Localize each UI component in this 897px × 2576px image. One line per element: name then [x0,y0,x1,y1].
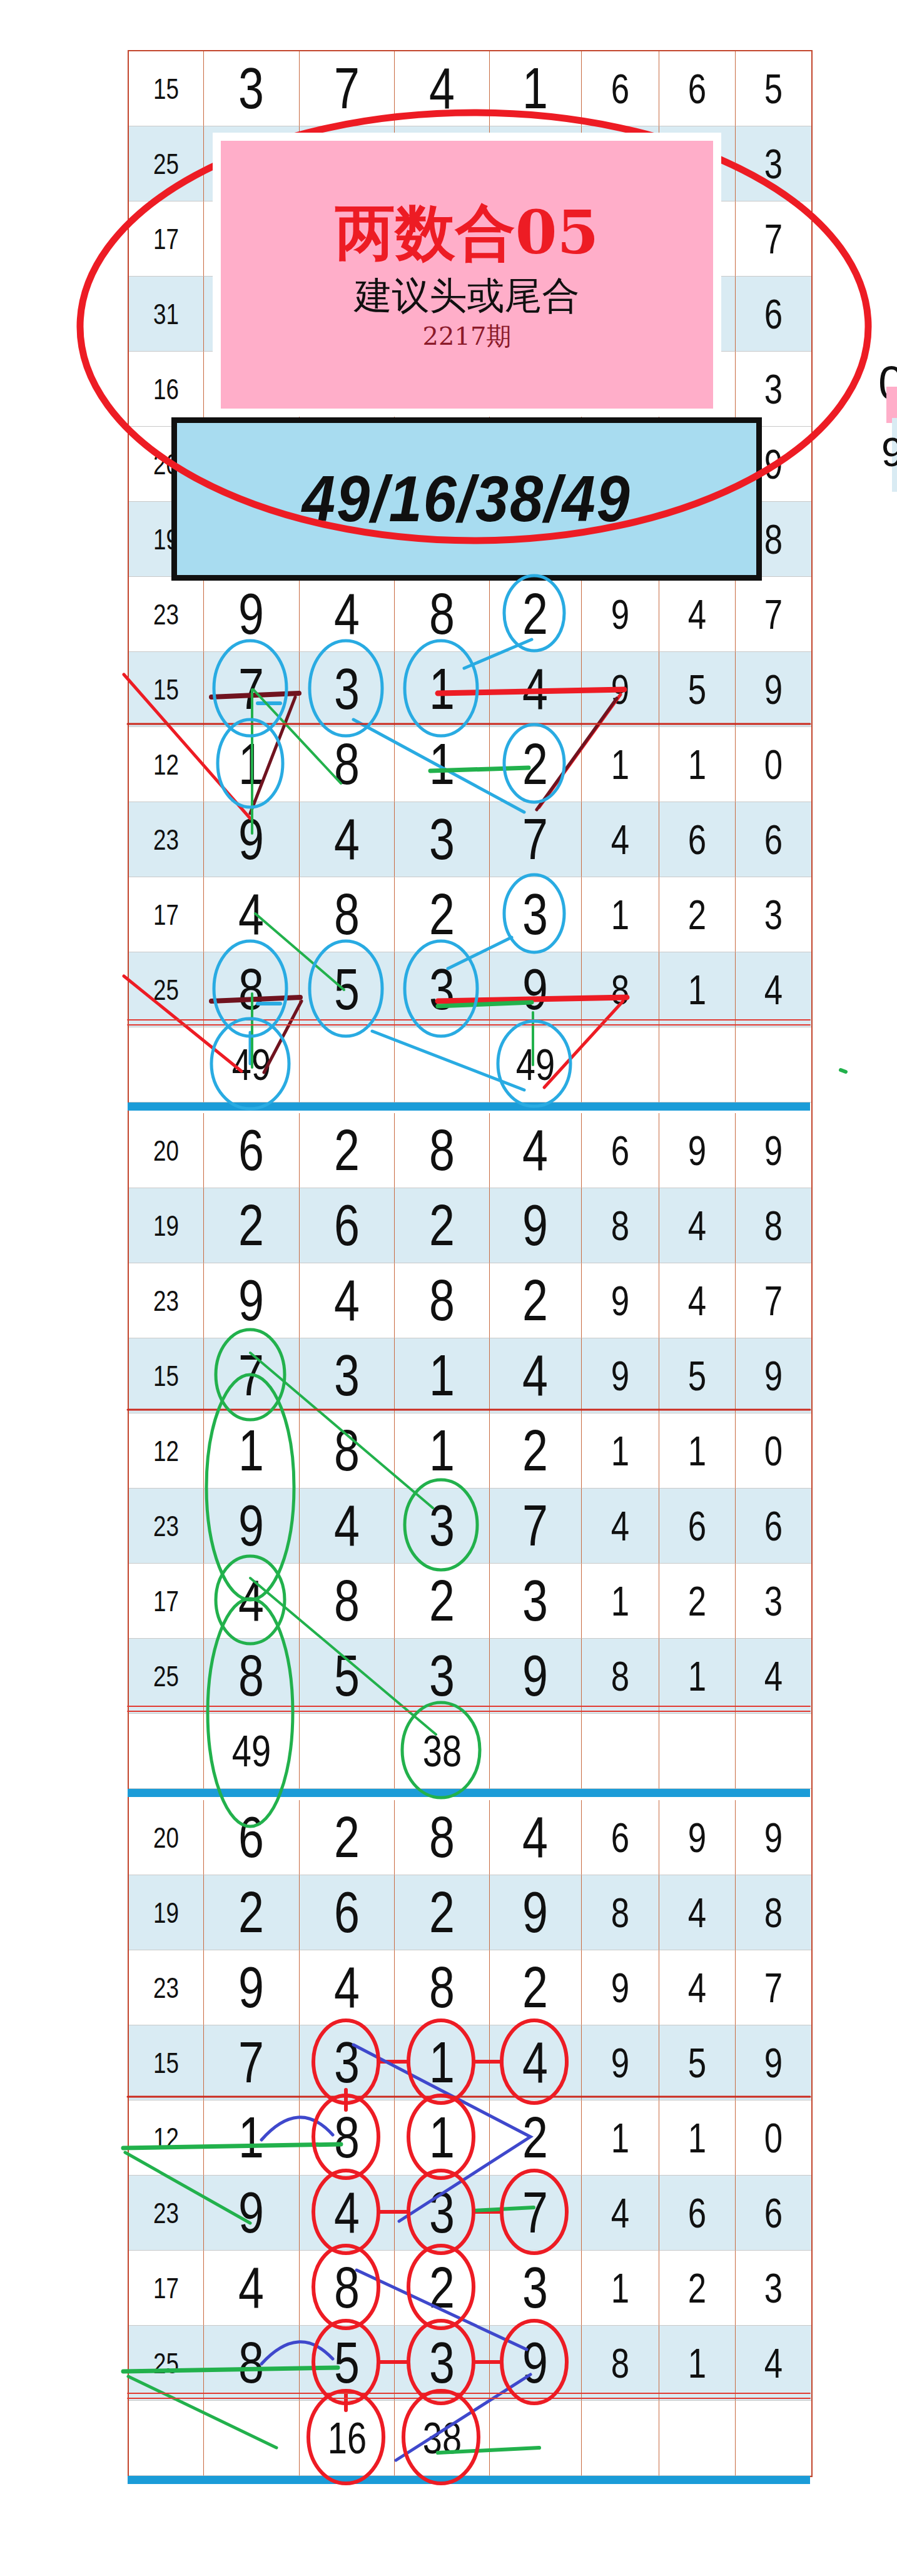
grid-cell: 5 [300,2326,395,2401]
table-row: 153741665 [129,51,811,126]
table-row: 157314959 [129,652,811,727]
grid-cell: 4 [300,1489,395,1564]
grid-cell [582,1027,659,1102]
prediction-advice: 建议头或尾合 [355,275,580,316]
grid-cell: 9 [490,1188,582,1263]
grid-cell: 5 [300,1639,395,1714]
grid-cell: 2 [204,1188,300,1263]
grid-cell: 9 [736,652,811,727]
grid-cell: 6 [659,1489,736,1564]
grid-cell [659,1714,736,1789]
grid-cell: 7 [490,2176,582,2251]
period-label: 23 [129,2176,204,2251]
grid-cell: 16 [300,2401,395,2476]
prediction-headline: 两数合05 [335,200,599,266]
period-label: 23 [129,802,204,877]
table-row: 239482947 [129,1950,811,2025]
grid-cell: 7 [736,1950,811,2025]
grid-cell: 2 [395,1564,490,1639]
period-label: 23 [129,1263,204,1338]
grid-cell: 4 [490,1113,582,1188]
grid-cell: 9 [582,577,659,652]
grid-cell: 1 [395,2025,490,2100]
grid-cell: 2 [659,2251,736,2326]
grid-cell: 6 [659,2176,736,2251]
grid-cell: 7 [736,1263,811,1338]
grid-cell: 38 [395,1714,490,1789]
grid-cell: 8 [204,2326,300,2401]
period-label: 20 [129,1800,204,1875]
grid-cell [300,1714,395,1789]
table-row: 206284699 [129,1800,811,1875]
period-label: 25 [129,2326,204,2401]
grid-cell: 5 [659,652,736,727]
grid-cell: 1 [659,2100,736,2176]
grid-cell: 5 [736,51,811,126]
grid-cell: 1 [395,2100,490,2176]
table-row: 192629848 [129,1875,811,1950]
grid-cell: 4 [736,2326,811,2401]
table-row: 192629848 [129,1188,811,1263]
prediction-period: 2217期 [423,322,512,350]
grid-cell: 2 [300,1800,395,1875]
grid-cell: 2 [395,877,490,952]
grid-cell: 3 [300,2025,395,2100]
period-label: 20 [129,1113,204,1188]
grid-cell: 9 [204,1950,300,2025]
grid-cell: 2 [659,1564,736,1639]
grid-cell: 4 [300,1263,395,1338]
grid-cell: 6 [659,51,736,126]
grid-cell: 8 [736,1875,811,1950]
grid-cell: 3 [490,1564,582,1639]
grid-cell: 9 [490,952,582,1027]
grid-cell: 2 [490,2100,582,2176]
grid-cell: 38 [395,2401,490,2476]
table-row: 258539814 [129,1639,811,1714]
grid-cell: 9 [490,2326,582,2401]
period-label: 16 [129,352,204,427]
grid-cell: 4 [395,51,490,126]
grid-cell: 8 [582,1188,659,1263]
grid-cell: 9 [204,1263,300,1338]
grid-cell: 1 [395,1413,490,1489]
grid-cell: 9 [582,1263,659,1338]
grid-cell: 3 [736,2251,811,2326]
grid-cell: 2 [659,877,736,952]
summary-row: 4949 [129,1027,811,1102]
grid-cell: 9 [204,802,300,877]
grid-cell: 6 [204,1800,300,1875]
grid-cell: 4 [582,802,659,877]
grid-cell: 3 [300,652,395,727]
table-row: 239482947 [129,577,811,652]
section-separator [128,1789,810,1797]
grid-cell: 4 [582,2176,659,2251]
grid-cell [300,1027,395,1102]
grid-cell: 2 [490,577,582,652]
grid-cell: 9 [659,1800,736,1875]
grid-cell: 9 [582,1338,659,1413]
grid-cell: 8 [300,2100,395,2176]
grid-cell: 2 [395,1875,490,1950]
grid-cell: 7 [204,2025,300,2100]
prediction-note: 两数合05 建议头或尾合 2217期 [221,141,713,409]
grid-cell: 2 [204,1875,300,1950]
grid-cell: 2 [490,727,582,802]
table-row: 258539814 [129,952,811,1027]
grid-cell: 2 [300,1113,395,1188]
grid-cell: 1 [395,1338,490,1413]
grid-cell: 3 [395,1639,490,1714]
period-label: 15 [129,652,204,727]
grid-cell: 4 [736,952,811,1027]
table-row: 121812110 [129,1413,811,1489]
clipped-digit-bottom: 9 [881,429,897,476]
period-label: 17 [129,2251,204,2326]
grid-cell: 9 [204,2176,300,2251]
page: 1537416652531773161632091982394829471573… [0,0,897,2576]
grid-cell: 3 [736,352,811,427]
table-row: 121812110 [129,2100,811,2176]
grid-cell: 8 [395,1950,490,2025]
grid-cell: 4 [490,1338,582,1413]
grid-cell: 8 [300,877,395,952]
grid-cell [582,2401,659,2476]
grid-cell: 1 [582,2251,659,2326]
grid-cell: 8 [395,577,490,652]
grid-cell: 4 [659,1263,736,1338]
period-label: 15 [129,2025,204,2100]
grid-cell: 1 [204,2100,300,2176]
grid-cell: 1 [204,1413,300,1489]
grid-cell: 4 [490,1800,582,1875]
grid-cell: 4 [300,577,395,652]
grid-cell: 2 [395,2251,490,2326]
grid-cell: 2 [490,1413,582,1489]
grid-cell: 0 [736,2100,811,2176]
period-label: 25 [129,952,204,1027]
grid-cell: 3 [395,802,490,877]
grid-cell: 3 [204,51,300,126]
grid-cell: 8 [300,1413,395,1489]
table-row: 206284699 [129,1113,811,1188]
grid-cell [659,2401,736,2476]
grid-cell: 3 [395,2326,490,2401]
grid-cell: 3 [300,1338,395,1413]
grid-cell: 1 [395,727,490,802]
grid-cell: 7 [490,1489,582,1564]
grid-cell: 9 [490,1875,582,1950]
grid-cell: 6 [582,1113,659,1188]
summary-row: 4938 [129,1714,811,1789]
grid-cell: 49 [204,1714,300,1789]
grid-cell: 7 [204,652,300,727]
trend-table: 1537416652531773161632091982394829471573… [128,50,813,2477]
grid-cell: 1 [659,1639,736,1714]
grid-cell: 1 [582,727,659,802]
grid-cell: 8 [582,1875,659,1950]
grid-cell: 4 [204,2251,300,2326]
grid-cell: 6 [300,1188,395,1263]
grid-cell: 9 [204,577,300,652]
period-label: 19 [129,1188,204,1263]
grid-cell: 49 [490,1027,582,1102]
grid-cell: 8 [395,1263,490,1338]
grid-cell: 5 [659,1338,736,1413]
grid-cell: 8 [300,2251,395,2326]
table-row: 157314959 [129,2025,811,2100]
grid-cell: 3 [490,877,582,952]
grid-cell [736,1027,811,1102]
grid-cell: 7 [300,51,395,126]
grid-cell: 3 [736,877,811,952]
period-label [129,1714,204,1789]
grid-cell: 3 [736,126,811,201]
grid-cell: 8 [300,727,395,802]
table-row: 174823123 [129,877,811,952]
grid-cell: 9 [582,2025,659,2100]
table-row: 239437466 [129,802,811,877]
grid-cell: 2 [395,1188,490,1263]
grid-cell: 9 [736,1338,811,1413]
grid-cell: 0 [736,1413,811,1489]
grid-cell: 5 [300,952,395,1027]
period-label: 17 [129,1564,204,1639]
grid-cell: 6 [204,1113,300,1188]
table-row: 239482947 [129,1263,811,1338]
grid-cell [659,1027,736,1102]
numbers-banner-text: 49/16/38/49 [302,462,631,536]
grid-cell: 8 [582,2326,659,2401]
grid-cell: 9 [582,1950,659,2025]
period-label: 25 [129,1639,204,1714]
section-separator [128,1102,810,1111]
table-row: 239437466 [129,2176,811,2251]
grid-cell: 8 [395,1113,490,1188]
period-label: 17 [129,201,204,277]
grid-cell: 8 [204,1639,300,1714]
grid-cell: 9 [736,2025,811,2100]
period-label [129,2401,204,2476]
grid-cell: 1 [582,877,659,952]
grid-cell: 1 [659,1413,736,1489]
grid-cell: 49 [204,1027,300,1102]
grid-cell: 1 [582,1413,659,1489]
grid-cell: 4 [659,1188,736,1263]
period-label: 15 [129,51,204,126]
grid-cell: 6 [300,1875,395,1950]
grid-cell: 6 [582,1800,659,1875]
grid-cell: 1 [582,1564,659,1639]
grid-cell: 4 [204,877,300,952]
grid-cell: 4 [300,1950,395,2025]
grid-cell: 3 [395,2176,490,2251]
grid-cell: 8 [736,1188,811,1263]
table-row: 239437466 [129,1489,811,1564]
grid-cell: 6 [736,1489,811,1564]
period-label: 12 [129,727,204,802]
grid-cell: 8 [582,1639,659,1714]
grid-cell: 9 [582,652,659,727]
period-label: 12 [129,2100,204,2176]
grid-cell: 1 [659,2326,736,2401]
grid-cell: 3 [395,1489,490,1564]
period-label: 23 [129,577,204,652]
period-label: 19 [129,1875,204,1950]
grid-cell: 7 [490,802,582,877]
grid-cell: 1 [490,51,582,126]
section-separator [128,2476,810,2484]
period-label: 25 [129,126,204,201]
table-row: 174823123 [129,1564,811,1639]
grid-cell: 9 [659,1113,736,1188]
grid-cell: 5 [659,2025,736,2100]
grid-cell: 1 [659,727,736,802]
grid-cell: 4 [300,2176,395,2251]
grid-cell: 3 [736,1564,811,1639]
grid-cell [490,1714,582,1789]
grid-cell [736,1714,811,1789]
annotation-line [841,1070,846,1072]
period-label [129,1027,204,1102]
grid-cell: 8 [582,952,659,1027]
grid-cell: 9 [736,1800,811,1875]
grid-cell: 3 [490,2251,582,2326]
grid-cell: 2 [490,1263,582,1338]
table-row: 258539814 [129,2326,811,2401]
grid-cell: 1 [204,727,300,802]
grid-cell: 9 [204,1489,300,1564]
period-label: 12 [129,1413,204,1489]
grid-cell: 8 [300,1564,395,1639]
grid-cell: 4 [659,577,736,652]
grid-cell: 8 [395,1800,490,1875]
grid-cell: 4 [490,652,582,727]
period-label: 23 [129,1950,204,2025]
grid-cell: 1 [395,652,490,727]
period-label: 31 [129,277,204,352]
grid-cell: 4 [736,1639,811,1714]
numbers-banner: 49/16/38/49 [171,417,762,581]
grid-cell: 2 [490,1950,582,2025]
grid-cell [204,2401,300,2476]
grid-cell: 6 [736,802,811,877]
grid-cell: 6 [736,2176,811,2251]
grid-cell: 9 [490,1639,582,1714]
grid-cell: 4 [204,1564,300,1639]
grid-cell: 1 [659,952,736,1027]
grid-cell: 3 [395,952,490,1027]
grid-cell: 6 [582,51,659,126]
grid-cell: 8 [204,952,300,1027]
grid-cell: 7 [204,1338,300,1413]
grid-cell: 4 [300,802,395,877]
table-row: 157314959 [129,1338,811,1413]
period-label: 23 [129,1489,204,1564]
grid-cell: 1 [582,2100,659,2176]
grid-cell: 7 [736,577,811,652]
grid-cell: 4 [659,1875,736,1950]
grid-cell: 6 [736,277,811,352]
grid-cell [582,1714,659,1789]
grid-cell: 9 [736,1113,811,1188]
grid-cell: 4 [582,1489,659,1564]
table-row: 174823123 [129,2251,811,2326]
grid-cell: 4 [659,1950,736,2025]
grid-cell: 7 [736,201,811,277]
grid-cell: 4 [490,2025,582,2100]
summary-row: 1638 [129,2401,811,2476]
period-label: 17 [129,877,204,952]
grid-cell: 0 [736,727,811,802]
grid-cell: 6 [659,802,736,877]
grid-cell [490,2401,582,2476]
grid-cell [736,2401,811,2476]
table-row: 121812110 [129,727,811,802]
period-label: 15 [129,1338,204,1413]
grid-cell [395,1027,490,1102]
